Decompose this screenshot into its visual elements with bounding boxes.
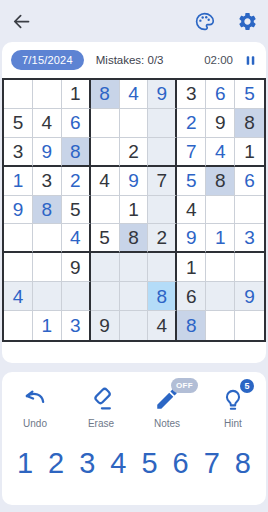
cell-r2c7[interactable]: 2	[177, 109, 206, 138]
gear-icon	[237, 11, 258, 32]
cell-r5c2[interactable]: 8	[33, 196, 62, 225]
palette-icon	[194, 11, 215, 32]
back-button[interactable]	[11, 11, 32, 32]
cell-r7c4[interactable]	[91, 253, 120, 282]
undo-iconwrap	[22, 386, 48, 412]
settings-button[interactable]	[237, 11, 258, 32]
numpad-key-5[interactable]: 5	[141, 446, 157, 480]
numpad-key-8[interactable]: 8	[235, 446, 251, 480]
notes-label: Notes	[154, 418, 180, 429]
cell-r4c1[interactable]: 1	[4, 167, 33, 196]
undo-label: Undo	[23, 418, 47, 429]
app-bar	[0, 0, 268, 42]
cell-r3c6[interactable]	[148, 138, 177, 167]
date-badge: 7/15/2024	[11, 50, 84, 70]
cell-r9c3[interactable]: 3	[62, 311, 91, 340]
cell-r6c8[interactable]: 1	[206, 224, 235, 253]
cell-r2c9[interactable]: 8	[235, 109, 264, 138]
cell-r8c2[interactable]	[33, 282, 62, 311]
hint-iconwrap: 5	[220, 386, 246, 412]
cell-r5c3[interactable]: 5	[62, 196, 91, 225]
cell-r6c4[interactable]: 5	[91, 224, 120, 253]
cell-r8c9[interactable]: 9	[235, 282, 264, 311]
cell-r1c4[interactable]: 8	[91, 80, 120, 109]
cell-r4c2[interactable]: 3	[33, 167, 62, 196]
cell-r4c4[interactable]: 4	[91, 167, 120, 196]
cell-r5c4[interactable]	[91, 196, 120, 225]
sudoku-grid: 1849365546298398274113249758698514458291…	[2, 78, 266, 342]
cell-r2c3[interactable]: 6	[62, 109, 91, 138]
cell-r1c6[interactable]: 9	[148, 80, 177, 109]
cell-r1c8[interactable]: 6	[206, 80, 235, 109]
cell-r3c7[interactable]: 7	[177, 138, 206, 167]
cell-r2c2[interactable]: 4	[33, 109, 62, 138]
mistakes-counter: Mistakes: 0/3	[96, 54, 164, 66]
eraser-icon	[88, 386, 114, 412]
cell-r6c2[interactable]	[33, 224, 62, 253]
cell-r3c2[interactable]: 9	[33, 138, 62, 167]
cell-r4c6[interactable]: 7	[148, 167, 177, 196]
cell-r6c3[interactable]: 4	[62, 224, 91, 253]
cell-r4c5[interactable]: 9	[120, 167, 149, 196]
cell-r8c3[interactable]	[62, 282, 91, 311]
cell-r8c4[interactable]	[91, 282, 120, 311]
cell-r1c9[interactable]: 5	[235, 80, 264, 109]
cell-r1c2[interactable]	[33, 80, 62, 109]
cell-r5c7[interactable]: 4	[177, 196, 206, 225]
cell-r7c3[interactable]: 9	[62, 253, 91, 282]
cell-r4c3[interactable]: 2	[62, 167, 91, 196]
cell-r9c9[interactable]	[235, 311, 264, 340]
hint-count-badge: 5	[240, 379, 254, 393]
numpad-key-1[interactable]: 1	[17, 446, 33, 480]
cell-r8c8[interactable]	[206, 282, 235, 311]
cell-r4c8[interactable]: 8	[206, 167, 235, 196]
arrow-left-icon	[11, 11, 32, 32]
cell-r9c4[interactable]: 9	[91, 311, 120, 340]
hint-button[interactable]: 5 Hint	[205, 386, 261, 429]
numpad-key-6[interactable]: 6	[173, 446, 189, 480]
cell-r1c1[interactable]	[4, 80, 33, 109]
cell-r2c5[interactable]	[120, 109, 149, 138]
cell-r5c5[interactable]: 1	[120, 196, 149, 225]
pause-button[interactable]	[244, 54, 257, 67]
cell-r8c1[interactable]: 4	[4, 282, 33, 311]
cell-r7c8[interactable]	[206, 253, 235, 282]
cell-r9c7[interactable]: 8	[177, 311, 206, 340]
cell-r3c3[interactable]: 8	[62, 138, 91, 167]
cell-r6c1[interactable]	[4, 224, 33, 253]
cell-r3c1[interactable]: 3	[4, 138, 33, 167]
cell-r7c9[interactable]	[235, 253, 264, 282]
cell-r4c7[interactable]: 5	[177, 167, 206, 196]
toolbar: Undo Erase OFF Notes	[2, 372, 266, 429]
cell-r9c8[interactable]	[206, 311, 235, 340]
cell-r7c5[interactable]	[120, 253, 149, 282]
cell-r1c5[interactable]: 4	[120, 80, 149, 109]
erase-iconwrap	[88, 386, 114, 412]
pause-icon	[244, 54, 257, 67]
cell-r2c4[interactable]	[91, 109, 120, 138]
game-card: 7/15/2024 Mistakes: 0/3 02:00 1849365546…	[2, 42, 266, 363]
cell-r7c1[interactable]	[4, 253, 33, 282]
number-pad: 12345678	[2, 446, 266, 480]
cell-r3c8[interactable]: 4	[206, 138, 235, 167]
cell-r8c6[interactable]: 8	[148, 282, 177, 311]
hint-label: Hint	[224, 418, 242, 429]
cell-r5c6[interactable]	[148, 196, 177, 225]
cell-r3c4[interactable]	[91, 138, 120, 167]
cell-r5c8[interactable]	[206, 196, 235, 225]
numpad-key-3[interactable]: 3	[79, 446, 95, 480]
notes-iconwrap: OFF	[154, 386, 180, 412]
status-row: 7/15/2024 Mistakes: 0/3 02:00	[2, 42, 266, 78]
cell-r6c9[interactable]: 3	[235, 224, 264, 253]
cell-r7c7[interactable]: 1	[177, 253, 206, 282]
cell-r1c7[interactable]: 3	[177, 80, 206, 109]
notes-button[interactable]: OFF Notes	[139, 386, 195, 429]
cell-r2c8[interactable]: 9	[206, 109, 235, 138]
cell-r2c1[interactable]: 5	[4, 109, 33, 138]
cell-r6c6[interactable]: 2	[148, 224, 177, 253]
numpad-key-7[interactable]: 7	[204, 446, 220, 480]
cell-r4c9[interactable]: 6	[235, 167, 264, 196]
erase-button[interactable]: Erase	[73, 386, 129, 429]
cell-r3c9[interactable]: 1	[235, 138, 264, 167]
cell-r6c7[interactable]: 9	[177, 224, 206, 253]
cell-r1c3[interactable]: 1	[62, 80, 91, 109]
undo-button[interactable]: Undo	[7, 386, 63, 429]
cell-r3c5[interactable]: 2	[120, 138, 149, 167]
erase-label: Erase	[88, 418, 114, 429]
cell-r5c9[interactable]	[235, 196, 264, 225]
cell-r9c5[interactable]	[120, 311, 149, 340]
cell-r9c6[interactable]: 4	[148, 311, 177, 340]
cell-r6c5[interactable]: 8	[120, 224, 149, 253]
timer: 02:00	[204, 54, 233, 66]
undo-arrow-icon	[22, 386, 48, 412]
numpad-key-2[interactable]: 2	[48, 446, 64, 480]
cell-r7c2[interactable]	[33, 253, 62, 282]
cell-r8c7[interactable]: 6	[177, 282, 206, 311]
cell-r9c2[interactable]: 1	[33, 311, 62, 340]
cell-r9c1[interactable]	[4, 311, 33, 340]
cell-r5c1[interactable]: 9	[4, 196, 33, 225]
theme-button[interactable]	[194, 11, 215, 32]
controls-card: Undo Erase OFF Notes	[2, 372, 266, 505]
cell-r2c6[interactable]	[148, 109, 177, 138]
cell-r8c5[interactable]	[120, 282, 149, 311]
cell-r7c6[interactable]	[148, 253, 177, 282]
numpad-key-4[interactable]: 4	[110, 446, 126, 480]
notes-off-badge: OFF	[171, 378, 198, 393]
